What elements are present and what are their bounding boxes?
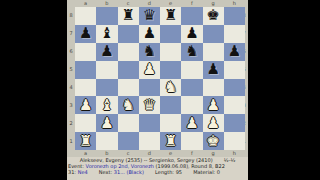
square-h4 xyxy=(224,79,245,97)
file-label-h: h xyxy=(224,0,245,7)
black-rook: ♜ xyxy=(160,7,181,25)
square-a7: ♟ xyxy=(75,25,96,43)
square-h1 xyxy=(224,132,245,150)
rank-label-8: 8 xyxy=(67,7,75,25)
square-f7: ♟ xyxy=(181,25,202,43)
white-knight: ♞ xyxy=(118,96,139,114)
rank-label-4: 4 xyxy=(67,79,75,97)
square-h3 xyxy=(224,96,245,114)
square-c5 xyxy=(118,61,139,79)
rank-label-6: 6 xyxy=(67,43,75,61)
square-d4 xyxy=(139,79,160,97)
letterbox-right xyxy=(248,0,320,180)
square-g2: ♟ xyxy=(203,114,224,132)
square-e7 xyxy=(160,25,181,43)
square-g7 xyxy=(203,25,224,43)
square-b4 xyxy=(96,79,117,97)
square-g5: ♟ xyxy=(203,61,224,79)
square-d5: ♟ xyxy=(139,61,160,79)
letterbox-left xyxy=(0,0,67,180)
white-queen: ♛ xyxy=(139,96,160,114)
white-king: ♚ xyxy=(203,132,224,150)
length-value: 95 xyxy=(176,169,182,175)
black-knight: ♞ xyxy=(139,43,160,61)
file-label-a: a xyxy=(75,0,96,7)
square-b2: ♟ xyxy=(96,114,117,132)
black-pawn: ♟ xyxy=(96,43,117,61)
board-squares: ♜♛♜♚♟♝♟♟♟♞♞♟♟♟♞♟♝♞♛♟♟♟♟♜♜♚ xyxy=(75,7,245,150)
file-labels-bottom: abcdefgh xyxy=(75,150,245,157)
video-frame: abcdefgh 87654321 87654321 abcdefgh ♜♛♜♚… xyxy=(0,0,320,180)
material-label: Material: xyxy=(193,169,215,175)
file-label-e: e xyxy=(160,150,181,157)
square-c1 xyxy=(118,132,139,150)
next-label: Next: xyxy=(99,169,112,175)
square-g1: ♚ xyxy=(203,132,224,150)
square-e1: ♜ xyxy=(160,132,181,150)
square-f8 xyxy=(181,7,202,25)
square-f4 xyxy=(181,79,202,97)
white-pawn: ♟ xyxy=(203,96,224,114)
square-e6 xyxy=(160,43,181,61)
black-pawn: ♟ xyxy=(224,43,245,61)
white-pawn: ♟ xyxy=(181,114,202,132)
square-c7 xyxy=(118,25,139,43)
file-label-b: b xyxy=(96,0,117,7)
black-queen: ♛ xyxy=(139,7,160,25)
square-a1: ♜ xyxy=(75,132,96,150)
square-d7: ♟ xyxy=(139,25,160,43)
square-d1 xyxy=(139,132,160,150)
square-e2 xyxy=(160,114,181,132)
square-b5 xyxy=(96,61,117,79)
white-pawn: ♟ xyxy=(75,96,96,114)
square-b8 xyxy=(96,7,117,25)
chess-board: abcdefgh 87654321 87654321 abcdefgh ♜♛♜♚… xyxy=(67,0,248,157)
file-label-h: h xyxy=(224,150,245,157)
file-label-d: d xyxy=(139,150,160,157)
square-d8: ♛ xyxy=(139,7,160,25)
file-label-g: g xyxy=(203,0,224,7)
black-rook: ♜ xyxy=(118,7,139,25)
square-h5 xyxy=(224,61,245,79)
square-g3: ♟ xyxy=(203,96,224,114)
length-label: Length: xyxy=(155,169,174,175)
file-label-g: g xyxy=(203,150,224,157)
black-king: ♚ xyxy=(203,7,224,25)
file-label-c: c xyxy=(118,0,139,7)
square-c2 xyxy=(118,114,139,132)
white-pawn: ♟ xyxy=(139,61,160,79)
square-h8 xyxy=(224,7,245,25)
game-caption: Alekseev, Evgeny (2535) -- Sergienko, Se… xyxy=(67,157,248,180)
white-knight: ♞ xyxy=(160,79,181,97)
square-g8: ♚ xyxy=(203,7,224,25)
square-h6: ♟ xyxy=(224,43,245,61)
square-c6 xyxy=(118,43,139,61)
square-d6: ♞ xyxy=(139,43,160,61)
white-pawn: ♟ xyxy=(203,114,224,132)
rank-label-1: 1 xyxy=(67,132,75,150)
rank-label-7: 7 xyxy=(67,25,75,43)
square-e4: ♞ xyxy=(160,79,181,97)
file-label-a: a xyxy=(75,150,96,157)
square-e5 xyxy=(160,61,181,79)
square-c4 xyxy=(118,79,139,97)
file-label-d: d xyxy=(139,0,160,7)
material-value: 0 xyxy=(217,169,220,175)
square-f3 xyxy=(181,96,202,114)
next-move-link[interactable]: 31... (Black) xyxy=(114,169,144,175)
file-label-f: f xyxy=(181,150,202,157)
rank-label-2: 2 xyxy=(67,114,75,132)
move-number: 31: xyxy=(68,169,76,175)
file-label-e: e xyxy=(160,0,181,7)
last-move-link[interactable]: Ne4 xyxy=(78,169,88,175)
white-bishop: ♝ xyxy=(96,96,117,114)
square-e3 xyxy=(160,96,181,114)
rank-label-3: 3 xyxy=(67,96,75,114)
square-a2 xyxy=(75,114,96,132)
file-labels-top: abcdefgh xyxy=(75,0,245,7)
white-rook: ♜ xyxy=(160,132,181,150)
square-d2 xyxy=(139,114,160,132)
square-f1 xyxy=(181,132,202,150)
square-a6 xyxy=(75,43,96,61)
square-c3: ♞ xyxy=(118,96,139,114)
square-a3: ♟ xyxy=(75,96,96,114)
square-h7 xyxy=(224,25,245,43)
square-a5 xyxy=(75,61,96,79)
square-f5 xyxy=(181,61,202,79)
black-bishop: ♝ xyxy=(96,25,117,43)
square-g6 xyxy=(203,43,224,61)
white-rook: ♜ xyxy=(75,132,96,150)
file-label-c: c xyxy=(118,150,139,157)
square-g4 xyxy=(203,79,224,97)
file-label-f: f xyxy=(181,0,202,7)
square-e8: ♜ xyxy=(160,7,181,25)
square-b1 xyxy=(96,132,117,150)
file-label-b: b xyxy=(96,150,117,157)
black-pawn: ♟ xyxy=(75,25,96,43)
square-b6: ♟ xyxy=(96,43,117,61)
square-b3: ♝ xyxy=(96,96,117,114)
square-f2: ♟ xyxy=(181,114,202,132)
game-result: ½-½ xyxy=(224,157,236,163)
white-pawn: ♟ xyxy=(96,114,117,132)
rank-label-5: 5 xyxy=(67,61,75,79)
square-f6: ♞ xyxy=(181,43,202,61)
square-b7: ♝ xyxy=(96,25,117,43)
move-status-line: 31: Ne4 Next: 31... (Black) Length: 95 M… xyxy=(68,170,247,175)
black-knight: ♞ xyxy=(181,43,202,61)
black-pawn: ♟ xyxy=(181,25,202,43)
square-d3: ♛ xyxy=(139,96,160,114)
square-c8: ♜ xyxy=(118,7,139,25)
black-pawn: ♟ xyxy=(139,25,160,43)
rank-labels-left: 87654321 xyxy=(67,7,75,150)
square-a4 xyxy=(75,79,96,97)
black-pawn: ♟ xyxy=(203,61,224,79)
square-h2 xyxy=(224,114,245,132)
square-a8 xyxy=(75,7,96,25)
